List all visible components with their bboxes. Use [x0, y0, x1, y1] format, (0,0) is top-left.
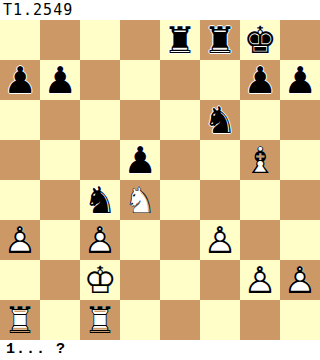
square-e2[interactable]: [160, 260, 200, 300]
black-king: ♚: [240, 20, 280, 60]
square-b7[interactable]: ♟: [40, 60, 80, 100]
chessboard: ♜♜♚♟♟♟♟♞♟♝♗♞♞♘♟♙♟♙♟♙♚♔♟♙♟♙♜♖♜♖: [0, 20, 320, 340]
white-pawn: ♟♙: [0, 220, 40, 260]
square-b2[interactable]: [40, 260, 80, 300]
square-c3[interactable]: ♟♙: [80, 220, 120, 260]
square-c5[interactable]: [80, 140, 120, 180]
black-pawn: ♟: [0, 60, 40, 100]
square-h1[interactable]: [280, 300, 320, 340]
square-d1[interactable]: [120, 300, 160, 340]
square-f1[interactable]: [200, 300, 240, 340]
square-f6[interactable]: ♞: [200, 100, 240, 140]
square-e5[interactable]: [160, 140, 200, 180]
square-a6[interactable]: [0, 100, 40, 140]
square-d8[interactable]: [120, 20, 160, 60]
move-prompt: 1... ?: [0, 340, 320, 360]
square-c1[interactable]: ♜♖: [80, 300, 120, 340]
square-e8[interactable]: ♜: [160, 20, 200, 60]
square-g6[interactable]: [240, 100, 280, 140]
square-b1[interactable]: [40, 300, 80, 340]
white-pawn: ♟♙: [80, 220, 120, 260]
white-rook: ♜♖: [0, 300, 40, 340]
square-h3[interactable]: [280, 220, 320, 260]
square-e3[interactable]: [160, 220, 200, 260]
square-e1[interactable]: [160, 300, 200, 340]
square-f5[interactable]: [200, 140, 240, 180]
black-rook: ♜: [160, 20, 200, 60]
square-g5[interactable]: ♝♗: [240, 140, 280, 180]
square-h2[interactable]: ♟♙: [280, 260, 320, 300]
black-knight: ♞: [80, 180, 120, 220]
square-c6[interactable]: [80, 100, 120, 140]
white-knight: ♞♘: [120, 180, 160, 220]
black-pawn: ♟: [120, 140, 160, 180]
square-d5[interactable]: ♟: [120, 140, 160, 180]
square-d4[interactable]: ♞♘: [120, 180, 160, 220]
square-e4[interactable]: [160, 180, 200, 220]
square-d6[interactable]: [120, 100, 160, 140]
white-pawn: ♟♙: [200, 220, 240, 260]
square-a2[interactable]: [0, 260, 40, 300]
white-pawn: ♟♙: [240, 260, 280, 300]
black-rook: ♜: [200, 20, 240, 60]
square-b8[interactable]: [40, 20, 80, 60]
square-b6[interactable]: [40, 100, 80, 140]
square-c2[interactable]: ♚♔: [80, 260, 120, 300]
square-h7[interactable]: ♟: [280, 60, 320, 100]
square-f8[interactable]: ♜: [200, 20, 240, 60]
square-f3[interactable]: ♟♙: [200, 220, 240, 260]
square-g8[interactable]: ♚: [240, 20, 280, 60]
square-b4[interactable]: [40, 180, 80, 220]
square-c4[interactable]: ♞: [80, 180, 120, 220]
square-e6[interactable]: [160, 100, 200, 140]
square-h5[interactable]: [280, 140, 320, 180]
square-g2[interactable]: ♟♙: [240, 260, 280, 300]
square-g3[interactable]: [240, 220, 280, 260]
white-rook: ♜♖: [80, 300, 120, 340]
square-f2[interactable]: [200, 260, 240, 300]
square-e7[interactable]: [160, 60, 200, 100]
square-h8[interactable]: [280, 20, 320, 60]
black-pawn: ♟: [40, 60, 80, 100]
square-a3[interactable]: ♟♙: [0, 220, 40, 260]
white-bishop: ♝♗: [240, 140, 280, 180]
square-d2[interactable]: [120, 260, 160, 300]
square-a4[interactable]: [0, 180, 40, 220]
square-d7[interactable]: [120, 60, 160, 100]
white-king: ♚♔: [80, 260, 120, 300]
square-f7[interactable]: [200, 60, 240, 100]
square-c8[interactable]: [80, 20, 120, 60]
square-a7[interactable]: ♟: [0, 60, 40, 100]
square-a5[interactable]: [0, 140, 40, 180]
square-g1[interactable]: [240, 300, 280, 340]
square-f4[interactable]: [200, 180, 240, 220]
square-a8[interactable]: [0, 20, 40, 60]
square-c7[interactable]: [80, 60, 120, 100]
square-a1[interactable]: ♜♖: [0, 300, 40, 340]
square-b3[interactable]: [40, 220, 80, 260]
square-g4[interactable]: [240, 180, 280, 220]
black-pawn: ♟: [280, 60, 320, 100]
square-h4[interactable]: [280, 180, 320, 220]
chess-puzzle-window: T1.2549 ♜♜♚♟♟♟♟♞♟♝♗♞♞♘♟♙♟♙♟♙♚♔♟♙♟♙♜♖♜♖ 1…: [0, 0, 320, 360]
square-b5[interactable]: [40, 140, 80, 180]
square-h6[interactable]: [280, 100, 320, 140]
black-knight: ♞: [200, 100, 240, 140]
square-d3[interactable]: [120, 220, 160, 260]
black-pawn: ♟: [240, 60, 280, 100]
square-g7[interactable]: ♟: [240, 60, 280, 100]
white-pawn: ♟♙: [280, 260, 320, 300]
puzzle-id: T1.2549: [0, 0, 320, 20]
